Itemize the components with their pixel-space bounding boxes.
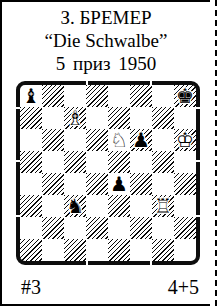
white-king-icon: ♔ [174,129,196,151]
square-h6: ♚♔ [174,129,196,151]
square-a1 [20,239,42,261]
square-a3 [20,195,42,217]
square-b2 [42,217,64,239]
square-f6: ♟♟ [130,129,152,151]
square-d3 [86,195,108,217]
black-bishop-icon: ♝ [20,85,42,107]
composer-name: З. БРЕМЕР [2,6,210,29]
square-g7 [152,107,174,129]
border-seam [196,160,200,162]
square-h8: ♚♚ [174,85,196,107]
problem-footer: #3 4+5 [2,276,210,298]
square-d4 [86,173,108,195]
problem-frame: З. БРЕМЕР “Die Schwalbe” 5 приз 1950 ♝♝♚… [0,0,210,306]
square-c3: ♞♞ [64,195,86,217]
square-c5 [64,151,86,173]
square-f5 [130,151,152,173]
square-c1 [64,239,86,261]
border-seam [16,107,20,109]
square-d8 [86,85,108,107]
square-e6: ♞♘ [108,129,130,151]
white-knight-icon: ♘ [108,129,130,151]
dashed-cut-line [215,0,217,306]
square-b3 [42,195,64,217]
square-d1 [86,239,108,261]
square-b6 [42,129,64,151]
square-f4 [130,173,152,195]
stipulation-label: #3 [21,276,41,298]
square-c8 [64,85,86,107]
square-a8: ♝♝ [20,85,42,107]
square-e2 [108,217,130,239]
border-seam [16,215,20,217]
square-g3: ♜♖ [152,195,174,217]
square-c7: ♝♗ [64,107,86,129]
square-h4 [174,173,196,195]
white-rook-icon: ♖ [152,195,174,217]
square-f7 [130,107,152,129]
piece-halo: ♝ [64,107,86,129]
square-e4: ♟♟ [108,173,130,195]
square-c2 [64,217,86,239]
black-knight-icon: ♞ [64,195,86,217]
material-count-label: 4+5 [168,276,199,298]
square-g6 [152,129,174,151]
border-seam [86,261,88,265]
square-a2 [20,217,42,239]
square-d2 [86,217,108,239]
piece-halo: ♜ [152,195,174,217]
border-seam [16,160,20,162]
piece-halo: ♞ [108,129,130,151]
square-b4 [42,173,64,195]
black-pawn-icon: ♟ [130,129,152,151]
square-b8 [42,85,64,107]
square-e3 [108,195,130,217]
square-b7 [42,107,64,129]
square-e8 [108,85,130,107]
square-f2 [130,217,152,239]
source-name: “Die Schwalbe” [2,29,210,52]
piece-halo: ♟ [108,173,130,195]
white-bishop-icon: ♗ [64,107,86,129]
square-g4 [152,173,174,195]
square-d6 [86,129,108,151]
square-g8 [152,85,174,107]
piece-halo: ♝ [20,85,42,107]
square-b5 [42,151,64,173]
border-seam [86,81,88,85]
square-g2 [152,217,174,239]
black-pawn-icon: ♟ [108,173,130,195]
square-f8 [130,85,152,107]
problem-header: З. БРЕМЕР “Die Schwalbe” 5 приз 1950 [2,2,210,75]
square-h3 [174,195,196,217]
square-a7 [20,107,42,129]
square-h2 [174,217,196,239]
square-h7 [174,107,196,129]
border-seam [150,261,152,265]
border-seam [150,81,152,85]
square-d7 [86,107,108,129]
square-c6 [64,129,86,151]
square-d5 [86,151,108,173]
chess-board: ♝♝♚♚♝♗♞♘♟♟♚♔♟♟♞♞♜♖ [16,81,200,265]
piece-halo: ♞ [64,195,86,217]
border-seam [196,215,200,217]
square-h1 [174,239,196,261]
square-a4 [20,173,42,195]
square-e5 [108,151,130,173]
piece-halo: ♚ [174,85,196,107]
border-seam [196,107,200,109]
square-a5 [20,151,42,173]
square-g1 [152,239,174,261]
square-c4 [64,173,86,195]
square-e7 [108,107,130,129]
square-h5 [174,151,196,173]
black-king-icon: ♚ [174,85,196,107]
award-year: 5 приз 1950 [2,52,210,75]
square-e1 [108,239,130,261]
piece-halo: ♚ [174,129,196,151]
square-a6 [20,129,42,151]
piece-halo: ♟ [130,129,152,151]
square-b1 [42,239,64,261]
square-f3 [130,195,152,217]
square-f1 [130,239,152,261]
square-g5 [152,151,174,173]
